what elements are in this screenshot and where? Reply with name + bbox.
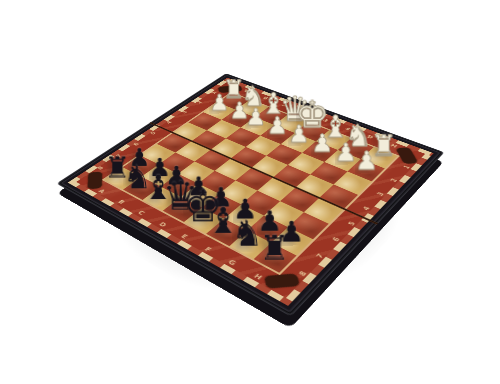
rank-label-4: 4 <box>163 119 176 126</box>
file-label-f: F <box>341 125 354 132</box>
rank-label-2: 2 <box>194 99 206 105</box>
chess-board: AA88BB77CC66DD55EE44FF33GG22HH11 ♜♞♝♛♚♝♞… <box>56 73 444 317</box>
rank-label-3: 3 <box>179 109 191 116</box>
rank-label-1: 1 <box>208 90 220 96</box>
rank-label-5: 5 <box>147 130 160 137</box>
file-label-d: D <box>299 109 312 116</box>
file-label-c: C <box>279 102 291 109</box>
file-label-b: B <box>259 95 271 101</box>
board-tilt-wrapper: AA88BB77CC66DD55EE44FF33GG22HH11 ♜♞♝♛♚♝♞… <box>0 0 500 384</box>
white-pawn: ♟ <box>355 149 378 172</box>
file-label-h: H <box>387 141 401 149</box>
board-3d-scene: AA88BB77CC66DD55EE44FF33GG22HH11 ♜♞♝♛♚♝♞… <box>0 0 500 384</box>
black-rook: ♜ <box>259 233 290 264</box>
file-label-e: E <box>320 117 333 124</box>
product-photo-canvas: AA88BB77CC66DD55EE44FF33GG22HH11 ♜♞♝♛♚♝♞… <box>0 0 500 384</box>
file-label-a: A <box>241 88 253 94</box>
rank-label-6: 6 <box>130 141 143 149</box>
file-label-g: G <box>364 133 377 141</box>
